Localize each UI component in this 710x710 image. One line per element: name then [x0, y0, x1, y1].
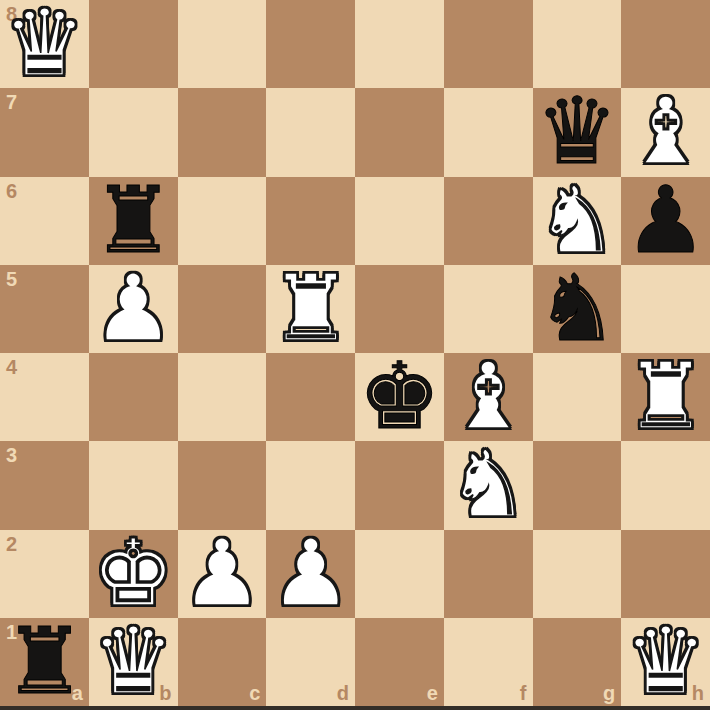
piece-white-queen[interactable]: ♛ — [624, 618, 706, 706]
square-b4[interactable] — [89, 353, 178, 441]
piece-white-pawn[interactable]: ♟ — [92, 265, 174, 353]
square-d4[interactable] — [266, 353, 355, 441]
square-e6[interactable] — [355, 177, 444, 265]
square-f5[interactable] — [444, 265, 533, 353]
square-e7[interactable] — [355, 88, 444, 176]
square-h7[interactable]: ♝ — [621, 88, 710, 176]
square-e2[interactable] — [355, 530, 444, 618]
square-a1[interactable]: 1a♜ — [0, 618, 89, 706]
file-label-c: c — [249, 683, 260, 703]
file-label-d: d — [337, 683, 349, 703]
square-d2[interactable]: ♟ — [266, 530, 355, 618]
square-a5[interactable]: 5 — [0, 265, 89, 353]
square-b5[interactable]: ♟ — [89, 265, 178, 353]
piece-black-rook[interactable]: ♜ — [92, 177, 174, 265]
square-h8[interactable] — [621, 0, 710, 88]
square-f7[interactable] — [444, 88, 533, 176]
square-h1[interactable]: h♛ — [621, 618, 710, 706]
file-label-e: e — [427, 683, 438, 703]
square-c7[interactable] — [178, 88, 267, 176]
piece-white-knight[interactable]: ♞ — [447, 441, 529, 529]
square-g6[interactable]: ♞ — [533, 177, 622, 265]
square-b6[interactable]: ♜ — [89, 177, 178, 265]
square-e5[interactable] — [355, 265, 444, 353]
piece-white-knight[interactable]: ♞ — [536, 177, 618, 265]
square-b3[interactable] — [89, 441, 178, 529]
square-b7[interactable] — [89, 88, 178, 176]
square-e1[interactable]: e — [355, 618, 444, 706]
square-e4[interactable]: ♚ — [355, 353, 444, 441]
square-c4[interactable] — [178, 353, 267, 441]
rank-label-4: 4 — [6, 357, 17, 377]
piece-white-queen[interactable]: ♛ — [3, 0, 85, 88]
square-d8[interactable] — [266, 0, 355, 88]
piece-black-queen[interactable]: ♛ — [536, 88, 618, 176]
square-h4[interactable]: ♜ — [621, 353, 710, 441]
piece-white-bishop[interactable]: ♝ — [624, 88, 706, 176]
piece-white-queen[interactable]: ♛ — [92, 618, 174, 706]
piece-white-rook[interactable]: ♜ — [624, 353, 706, 441]
square-f8[interactable] — [444, 0, 533, 88]
square-c6[interactable] — [178, 177, 267, 265]
square-a4[interactable]: 4 — [0, 353, 89, 441]
square-g8[interactable] — [533, 0, 622, 88]
file-label-g: g — [603, 683, 615, 703]
square-d5[interactable]: ♜ — [266, 265, 355, 353]
rank-label-5: 5 — [6, 269, 17, 289]
piece-white-king[interactable]: ♚ — [92, 530, 174, 618]
piece-white-rook[interactable]: ♜ — [269, 265, 351, 353]
piece-white-bishop[interactable]: ♝ — [447, 353, 529, 441]
square-h5[interactable] — [621, 265, 710, 353]
square-f3[interactable]: ♞ — [444, 441, 533, 529]
chess-board: 8♛7♛♝6♜♞♟5♟♜♞4♚♝♜3♞2♚♟♟1a♜b♛cdefgh♛ — [0, 0, 710, 706]
square-h6[interactable]: ♟ — [621, 177, 710, 265]
square-d6[interactable] — [266, 177, 355, 265]
square-a3[interactable]: 3 — [0, 441, 89, 529]
square-f6[interactable] — [444, 177, 533, 265]
square-g5[interactable]: ♞ — [533, 265, 622, 353]
square-h2[interactable] — [621, 530, 710, 618]
square-c8[interactable] — [178, 0, 267, 88]
piece-black-knight[interactable]: ♞ — [536, 265, 618, 353]
piece-white-pawn[interactable]: ♟ — [269, 530, 351, 618]
rank-label-6: 6 — [6, 181, 17, 201]
square-f4[interactable]: ♝ — [444, 353, 533, 441]
square-a7[interactable]: 7 — [0, 88, 89, 176]
square-f1[interactable]: f — [444, 618, 533, 706]
square-d3[interactable] — [266, 441, 355, 529]
square-c5[interactable] — [178, 265, 267, 353]
square-e3[interactable] — [355, 441, 444, 529]
square-c3[interactable] — [178, 441, 267, 529]
square-a2[interactable]: 2 — [0, 530, 89, 618]
square-b2[interactable]: ♚ — [89, 530, 178, 618]
rank-label-3: 3 — [6, 445, 17, 465]
square-a8[interactable]: 8♛ — [0, 0, 89, 88]
piece-black-pawn[interactable]: ♟ — [624, 177, 706, 265]
rank-label-2: 2 — [6, 534, 17, 554]
square-b1[interactable]: b♛ — [89, 618, 178, 706]
square-g4[interactable] — [533, 353, 622, 441]
square-c2[interactable]: ♟ — [178, 530, 267, 618]
square-g7[interactable]: ♛ — [533, 88, 622, 176]
square-g1[interactable]: g — [533, 618, 622, 706]
square-e8[interactable] — [355, 0, 444, 88]
square-d7[interactable] — [266, 88, 355, 176]
piece-black-rook[interactable]: ♜ — [3, 618, 85, 706]
square-c1[interactable]: c — [178, 618, 267, 706]
square-b8[interactable] — [89, 0, 178, 88]
piece-black-king[interactable]: ♚ — [358, 353, 440, 441]
square-g2[interactable] — [533, 530, 622, 618]
piece-white-pawn[interactable]: ♟ — [181, 530, 263, 618]
square-g3[interactable] — [533, 441, 622, 529]
square-h3[interactable] — [621, 441, 710, 529]
square-d1[interactable]: d — [266, 618, 355, 706]
file-label-f: f — [520, 683, 527, 703]
square-a6[interactable]: 6 — [0, 177, 89, 265]
square-f2[interactable] — [444, 530, 533, 618]
